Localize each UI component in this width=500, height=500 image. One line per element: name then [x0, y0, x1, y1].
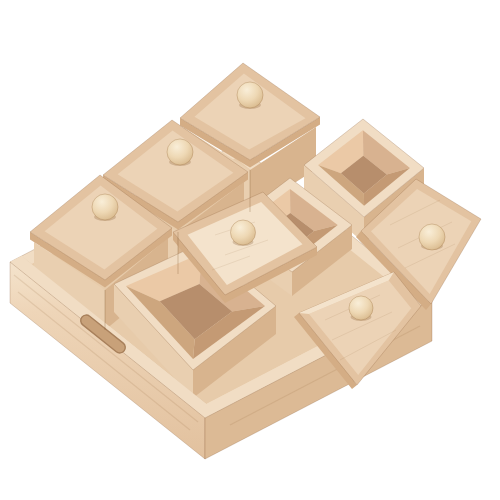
wooden-knob [237, 82, 263, 108]
wooden-knob [92, 194, 118, 220]
wooden-box-set-scene [0, 0, 500, 500]
product-photo [0, 0, 500, 500]
wooden-knob [419, 224, 445, 250]
wooden-knob [167, 139, 193, 165]
wooden-knob [349, 296, 373, 320]
wooden-knob [231, 220, 256, 245]
